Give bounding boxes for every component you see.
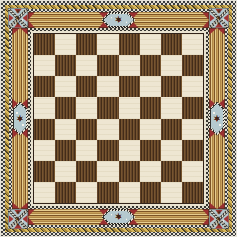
board-square[interactable] [34,76,55,97]
star-icon: ✶ [216,222,222,229]
board-grid [33,33,204,204]
board-square[interactable] [34,55,55,76]
red-accent [224,14,229,22]
board-square[interactable] [119,34,140,55]
board-square[interactable] [97,34,118,55]
board-square[interactable] [34,182,55,203]
border-corner-top-left: ✶✶✶ [8,8,28,28]
board-square[interactable] [34,97,55,118]
board-square[interactable] [119,182,140,203]
board-square[interactable] [119,161,140,182]
board-square[interactable] [182,140,203,161]
board-square[interactable] [119,97,140,118]
board-square[interactable] [55,182,76,203]
red-accent [9,215,14,223]
edge-medallion: ✶ [209,102,225,136]
board-square[interactable] [34,119,55,140]
star-icon: ✶ [15,21,21,28]
wood-strip [28,209,106,225]
red-accent [224,215,229,223]
board-square[interactable] [140,119,161,140]
border-edge-bottom: ✶ [28,209,209,225]
red-accent [210,215,215,223]
border-corner-top-right: ✶✶✶ [209,8,229,28]
board-square[interactable] [34,161,55,182]
board-square[interactable] [97,119,118,140]
board-square[interactable] [182,182,203,203]
board-square[interactable] [55,34,76,55]
board-square[interactable] [161,119,182,140]
board-square[interactable] [55,161,76,182]
board-square[interactable] [182,76,203,97]
board-square[interactable] [119,119,140,140]
wood-strip [132,209,210,225]
star-icon: ✶ [114,212,122,222]
board-square[interactable] [97,55,118,76]
board-square[interactable] [140,97,161,118]
board-square[interactable] [55,55,76,76]
board-square[interactable] [119,76,140,97]
edge-medallion: ✶ [102,209,136,225]
border-corner-bottom-right: ✶✶✶ [209,209,229,229]
board-square[interactable] [140,34,161,55]
board-square[interactable] [76,34,97,55]
red-accent [23,14,28,22]
medallion-field: ✶ [104,211,134,223]
board-square[interactable] [119,140,140,161]
red-accent [9,14,14,22]
board-square[interactable] [161,182,182,203]
board-square[interactable] [161,76,182,97]
board-square[interactable] [161,161,182,182]
board-square[interactable] [76,182,97,203]
board-square[interactable] [76,76,97,97]
edge-medallion: ✶ [12,102,28,136]
board-square[interactable] [76,55,97,76]
board-square[interactable] [161,140,182,161]
red-accent [23,215,28,223]
board-square[interactable] [76,97,97,118]
border-edge-top: ✶ [28,12,209,28]
border-edge-right: ✶ [209,28,225,209]
board-square[interactable] [140,161,161,182]
border-edge-left: ✶ [12,28,28,209]
board-square[interactable] [140,55,161,76]
star-icon: ✶ [213,114,221,124]
board-square[interactable] [34,34,55,55]
board-square[interactable] [182,119,203,140]
board-square[interactable] [182,55,203,76]
board-square[interactable] [55,76,76,97]
board-square[interactable] [119,55,140,76]
medallion-field: ✶ [104,14,134,26]
medallion-field: ✶ [14,104,26,134]
board-square[interactable] [97,97,118,118]
medallion-field: ✶ [211,104,223,134]
board-square[interactable] [55,140,76,161]
board-square[interactable] [140,76,161,97]
board-square[interactable] [182,97,203,118]
board-square[interactable] [161,34,182,55]
board-square[interactable] [55,119,76,140]
board-square[interactable] [140,140,161,161]
board-square[interactable] [55,97,76,118]
board-square[interactable] [161,55,182,76]
wood-strip [12,28,28,106]
board-square[interactable] [140,182,161,203]
board-square[interactable] [97,76,118,97]
star-icon: ✶ [114,15,122,25]
border-corner-bottom-left: ✶✶✶ [8,209,28,229]
board-square[interactable] [97,161,118,182]
wood-strip [209,28,225,106]
chess-board: ✶ ✶ ✶ ✶ ✶✶✶ [0,0,237,237]
star-icon: ✶ [15,222,21,229]
edge-medallion: ✶ [102,12,136,28]
wood-strip [28,12,106,28]
wood-strip [209,132,225,210]
star-icon: ✶ [216,21,222,28]
board-square[interactable] [97,182,118,203]
red-accent [210,14,215,22]
wood-strip [12,132,28,210]
board-square[interactable] [76,140,97,161]
board-square[interactable] [34,140,55,161]
wood-strip [132,12,210,28]
board-square[interactable] [97,140,118,161]
board-square[interactable] [182,34,203,55]
board-square[interactable] [182,161,203,182]
board-square[interactable] [76,161,97,182]
board-square[interactable] [76,119,97,140]
star-icon: ✶ [16,114,24,124]
board-square[interactable] [161,97,182,118]
